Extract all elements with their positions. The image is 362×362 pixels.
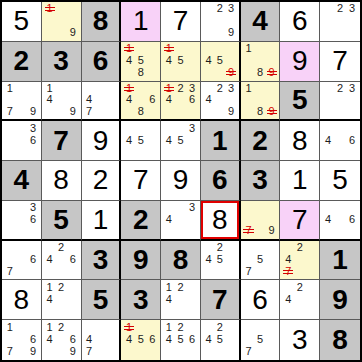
cell-r6c7[interactable]: 79 — [241, 201, 281, 241]
cell-r8c5[interactable]: 124 — [161, 280, 201, 320]
candidate-2: 2 — [177, 322, 183, 333]
candidate-5: 5 — [257, 254, 263, 265]
given-digit: 3 — [93, 246, 109, 274]
eliminated-candidate-7: 7 — [245, 225, 251, 236]
candidate-1: 1 — [166, 322, 172, 333]
candidate-2: 2 — [58, 242, 64, 253]
candidate-4: 4 — [126, 94, 132, 105]
candidate-5: 5 — [257, 334, 263, 345]
cell-r3c9[interactable]: 23 — [320, 82, 360, 122]
candidate-4: 4 — [325, 214, 331, 225]
candidate-7: 7 — [7, 106, 13, 117]
cell-r2c7[interactable]: 189 — [241, 42, 281, 82]
candidate-2: 2 — [337, 3, 343, 14]
candidate-4: 4 — [205, 254, 211, 265]
cell-r7c5[interactable]: 8 — [161, 241, 201, 281]
given-digit: 2 — [133, 206, 149, 234]
cell-r6c4[interactable]: 2 — [121, 201, 161, 241]
candidate-2: 2 — [177, 282, 183, 293]
cell-r1c6[interactable]: 239 — [201, 2, 241, 42]
cell-r5c2[interactable]: 8 — [42, 161, 82, 201]
candidate-3: 3 — [30, 202, 36, 213]
candidate-9: 9 — [70, 346, 76, 357]
given-digit: 3 — [252, 166, 268, 194]
cell-r9c5[interactable]: 12456 — [161, 320, 201, 360]
cell-r3c7[interactable]: 189 — [241, 82, 281, 122]
candidate-7: 7 — [86, 106, 92, 117]
eliminated-candidate-1: 1 — [166, 83, 172, 94]
candidate-6: 6 — [189, 334, 195, 345]
given-digit: 4 — [14, 166, 30, 194]
solved-digit: 9 — [292, 47, 308, 75]
candidate-8: 8 — [257, 106, 263, 117]
cell-r5c8[interactable]: 1 — [280, 161, 320, 201]
given-digit: 5 — [93, 286, 109, 314]
cell-r7c1[interactable]: 67 — [2, 241, 42, 281]
candidate-7: 7 — [86, 346, 92, 357]
cell-r5c5[interactable]: 9 — [161, 161, 201, 201]
candidate-5: 5 — [138, 135, 144, 146]
cell-r5c6[interactable]: 6 — [201, 161, 241, 201]
cell-r3c2[interactable]: 149 — [42, 82, 82, 122]
given-digit: 8 — [332, 326, 348, 354]
candidate-6: 6 — [30, 334, 36, 345]
solved-digit: 8 — [212, 206, 228, 234]
candidate-8: 8 — [138, 67, 144, 78]
candidate-3: 3 — [189, 83, 195, 94]
candidate-3: 3 — [349, 83, 355, 94]
cell-r3c5[interactable]: 12346 — [161, 82, 201, 122]
given-digit: 5 — [53, 206, 69, 234]
eliminated-candidate-1: 1 — [126, 43, 132, 54]
cell-r5c9[interactable]: 5 — [320, 161, 360, 201]
cell-r8c2[interactable]: 124 — [42, 280, 82, 320]
candidate-6: 6 — [189, 94, 195, 105]
cell-r4c7[interactable]: 2 — [241, 121, 281, 161]
candidate-7: 7 — [245, 346, 251, 357]
candidate-6: 6 — [149, 334, 155, 345]
cell-r4c8[interactable]: 8 — [280, 121, 320, 161]
candidate-4: 4 — [325, 135, 331, 146]
candidate-6: 6 — [349, 214, 355, 225]
cell-r5c4[interactable]: 7 — [121, 161, 161, 201]
candidate-4: 4 — [126, 55, 132, 66]
candidate-2: 2 — [58, 322, 64, 333]
candidate-2: 2 — [217, 3, 223, 14]
solved-digit: 8 — [292, 127, 308, 155]
candidate-9: 9 — [269, 225, 275, 236]
candidate-4: 4 — [166, 294, 172, 305]
candidate-3: 3 — [349, 3, 355, 14]
candidate-4: 4 — [47, 254, 53, 265]
given-digit: 5 — [292, 86, 308, 114]
candidate-5: 5 — [177, 55, 183, 66]
given-digit: 2 — [14, 47, 30, 75]
candidate-4: 4 — [285, 254, 291, 265]
candidate-4: 4 — [47, 294, 53, 305]
given-digit: 4 — [252, 7, 268, 35]
candidate-4: 4 — [205, 55, 211, 66]
candidate-2: 2 — [297, 282, 303, 293]
cell-r8c7[interactable]: 6 — [241, 280, 281, 320]
solved-digit: 1 — [93, 206, 109, 234]
cell-r6c6[interactable]: 8 — [201, 201, 241, 241]
cell-r1c3[interactable]: 8 — [82, 2, 122, 42]
candidate-2: 2 — [217, 322, 223, 333]
candidate-3: 3 — [228, 83, 234, 94]
candidate-4: 4 — [166, 334, 172, 345]
sudoku-board: 5198172394623236145814545918997179149471… — [0, 0, 362, 362]
given-digit: 7 — [53, 127, 69, 155]
solved-digit: 7 — [173, 7, 189, 35]
cell-r4c9[interactable]: 46 — [320, 121, 360, 161]
solved-digit: 7 — [133, 166, 149, 194]
candidate-6: 6 — [30, 254, 36, 265]
given-digit: 7 — [212, 286, 228, 314]
candidate-5: 5 — [177, 135, 183, 146]
solved-digit: 3 — [292, 326, 308, 354]
eliminated-candidate-7: 7 — [285, 266, 291, 277]
cell-r2c4[interactable]: 1458 — [121, 42, 161, 82]
eliminated-candidate-9: 9 — [269, 106, 275, 117]
candidate-4: 4 — [166, 135, 172, 146]
cell-r5c1[interactable]: 4 — [2, 161, 42, 201]
eliminated-candidate-1: 1 — [126, 322, 132, 333]
cell-r2c5[interactable]: 145 — [161, 42, 201, 82]
solved-digit: 2 — [93, 166, 109, 194]
candidate-3: 3 — [189, 202, 195, 213]
eliminated-candidate-1: 1 — [47, 3, 53, 14]
cell-r6c2[interactable]: 5 — [42, 201, 82, 241]
candidate-6: 6 — [149, 94, 155, 105]
cell-r6c5[interactable]: 34 — [161, 201, 201, 241]
candidate-1: 1 — [47, 322, 53, 333]
cell-r2c1[interactable]: 2 — [2, 42, 42, 82]
given-digit: 9 — [133, 246, 149, 274]
solved-digit: 5 — [14, 7, 30, 35]
cell-r7c6[interactable]: 245 — [201, 241, 241, 281]
candidate-4: 4 — [126, 334, 132, 345]
solved-digit: 5 — [332, 166, 348, 194]
cell-r7c9[interactable]: 1 — [320, 241, 360, 281]
solved-digit: 9 — [173, 166, 189, 194]
solved-digit: 6 — [252, 286, 268, 314]
solved-digit: 1 — [292, 166, 308, 194]
candidate-9: 9 — [70, 27, 76, 38]
candidate-9: 9 — [70, 106, 76, 117]
candidate-9: 9 — [228, 27, 234, 38]
candidate-7: 7 — [7, 266, 13, 277]
cell-r3c8[interactable]: 5 — [280, 82, 320, 122]
candidate-2: 2 — [177, 83, 183, 94]
cell-r9c8[interactable]: 3 — [280, 320, 320, 360]
cell-r4c2[interactable]: 7 — [42, 121, 82, 161]
candidate-2: 2 — [217, 242, 223, 253]
given-digit: 8 — [93, 7, 109, 35]
cell-r2c8[interactable]: 9 — [280, 42, 320, 82]
cell-r1c5[interactable]: 7 — [161, 2, 201, 42]
candidate-2: 2 — [297, 242, 303, 253]
cell-r5c7[interactable]: 3 — [241, 161, 281, 201]
candidate-3: 3 — [189, 123, 195, 134]
given-digit: 3 — [133, 286, 149, 314]
cell-r8c3[interactable]: 5 — [82, 280, 122, 320]
candidate-6: 6 — [349, 135, 355, 146]
candidate-4: 4 — [166, 94, 172, 105]
cell-r1c8[interactable]: 6 — [280, 2, 320, 42]
solved-digit: 9 — [93, 127, 109, 155]
candidate-6: 6 — [70, 334, 76, 345]
given-digit: 3 — [53, 47, 69, 75]
cell-r1c1[interactable]: 5 — [2, 2, 42, 42]
candidate-2: 2 — [337, 83, 343, 94]
candidate-1: 1 — [47, 282, 53, 293]
given-digit: 6 — [212, 166, 228, 194]
candidate-1: 1 — [7, 322, 13, 333]
cell-r2c3[interactable]: 6 — [82, 42, 122, 82]
solved-digit: 1 — [133, 7, 149, 35]
candidate-4: 4 — [126, 135, 132, 146]
solved-digit: 7 — [332, 47, 348, 75]
candidate-5: 5 — [138, 55, 144, 66]
cell-r6c3[interactable]: 1 — [82, 201, 122, 241]
candidate-4: 4 — [47, 94, 53, 105]
solved-digit: 6 — [292, 7, 308, 35]
candidate-1: 1 — [166, 282, 172, 293]
given-digit: 6 — [93, 47, 109, 75]
eliminated-candidate-9: 9 — [269, 67, 275, 78]
cell-r4c1[interactable]: 36 — [2, 121, 42, 161]
candidate-3: 3 — [228, 3, 234, 14]
given-digit: 1 — [332, 246, 348, 274]
cell-r7c3[interactable]: 3 — [82, 241, 122, 281]
solved-digit: 7 — [292, 206, 308, 234]
cell-r9c9[interactable]: 8 — [320, 320, 360, 360]
cell-r9c7[interactable]: 57 — [241, 320, 281, 360]
solved-digit: 8 — [14, 286, 30, 314]
cell-r3c6[interactable]: 2349 — [201, 82, 241, 122]
cell-r1c2[interactable]: 19 — [42, 2, 82, 42]
cell-r4c6[interactable]: 1 — [201, 121, 241, 161]
cell-r4c5[interactable]: 345 — [161, 121, 201, 161]
candidate-1: 1 — [7, 83, 13, 94]
cell-r1c9[interactable]: 23 — [320, 2, 360, 42]
candidate-2: 2 — [217, 83, 223, 94]
cell-r7c7[interactable]: 57 — [241, 241, 281, 281]
candidate-1: 1 — [245, 83, 251, 94]
eliminated-candidate-1: 1 — [126, 83, 132, 94]
candidate-4: 4 — [166, 214, 172, 225]
candidate-4: 4 — [86, 334, 92, 345]
cell-r8c8[interactable]: 24 — [280, 280, 320, 320]
cell-r6c9[interactable]: 46 — [320, 201, 360, 241]
cell-r1c7[interactable]: 4 — [241, 2, 281, 42]
cell-r7c2[interactable]: 246 — [42, 241, 82, 281]
cell-r8c9[interactable]: 9 — [320, 280, 360, 320]
cell-r8c4[interactable]: 3 — [121, 280, 161, 320]
candidate-5: 5 — [217, 254, 223, 265]
cell-r9c2[interactable]: 12469 — [42, 320, 82, 360]
candidate-5: 5 — [138, 334, 144, 345]
cell-r3c1[interactable]: 179 — [2, 82, 42, 122]
candidate-9: 9 — [228, 106, 234, 117]
cell-r3c3[interactable]: 47 — [82, 82, 122, 122]
cell-r6c1[interactable]: 36 — [2, 201, 42, 241]
eliminated-candidate-1: 1 — [166, 43, 172, 54]
candidate-4: 4 — [285, 294, 291, 305]
candidate-4: 4 — [205, 334, 211, 345]
candidate-4: 4 — [205, 94, 211, 105]
candidate-3: 3 — [30, 123, 36, 134]
candidate-8: 8 — [138, 106, 144, 117]
given-digit: 2 — [252, 127, 268, 155]
candidate-6: 6 — [30, 135, 36, 146]
cell-r9c1[interactable]: 1679 — [2, 320, 42, 360]
candidate-5: 5 — [177, 334, 183, 345]
candidate-7: 7 — [245, 266, 251, 277]
cell-r1c4[interactable]: 1 — [121, 2, 161, 42]
candidate-6: 6 — [70, 254, 76, 265]
cell-r4c3[interactable]: 9 — [82, 121, 122, 161]
candidate-8: 8 — [257, 67, 263, 78]
cell-r3c4[interactable]: 1468 — [121, 82, 161, 122]
candidate-9: 9 — [30, 106, 36, 117]
candidate-6: 6 — [30, 214, 36, 225]
cell-r2c6[interactable]: 459 — [201, 42, 241, 82]
cell-r6c8[interactable]: 7 — [280, 201, 320, 241]
candidate-7: 7 — [7, 346, 13, 357]
cell-r9c6[interactable]: 245 — [201, 320, 241, 360]
cell-r7c4[interactable]: 9 — [121, 241, 161, 281]
cell-r2c9[interactable]: 7 — [320, 42, 360, 82]
cell-r8c6[interactable]: 7 — [201, 280, 241, 320]
given-digit: 8 — [173, 246, 189, 274]
cell-r9c4[interactable]: 1456 — [121, 320, 161, 360]
cell-r5c3[interactable]: 2 — [82, 161, 122, 201]
given-digit: 1 — [212, 127, 228, 155]
candidate-5: 5 — [217, 334, 223, 345]
candidate-1: 1 — [245, 43, 251, 54]
given-digit: 9 — [332, 286, 348, 314]
solved-digit: 8 — [53, 166, 69, 194]
cell-r7c8[interactable]: 247 — [280, 241, 320, 281]
cell-r8c1[interactable]: 8 — [2, 280, 42, 320]
candidate-1: 1 — [47, 83, 53, 94]
candidate-4: 4 — [86, 94, 92, 105]
cell-r2c2[interactable]: 3 — [42, 42, 82, 82]
candidate-9: 9 — [30, 346, 36, 357]
cell-r9c3[interactable]: 47 — [82, 320, 122, 360]
candidate-5: 5 — [217, 55, 223, 66]
cell-r4c4[interactable]: 45 — [121, 121, 161, 161]
candidate-4: 4 — [166, 55, 172, 66]
candidate-2: 2 — [58, 282, 64, 293]
candidate-4: 4 — [47, 334, 53, 345]
eliminated-candidate-9: 9 — [228, 67, 234, 78]
